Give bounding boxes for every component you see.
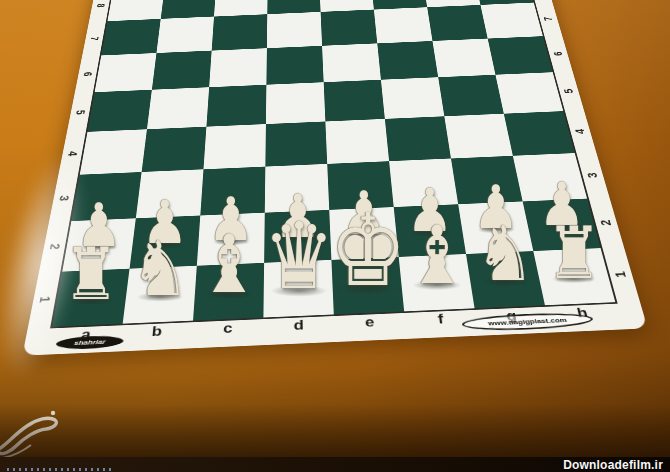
rank-label-left-6: 6: [82, 72, 95, 77]
square-b7: [156, 17, 214, 53]
square-a1: [52, 269, 129, 327]
square-h6: [488, 36, 553, 75]
board-grid: [52, 0, 615, 327]
square-b4: [142, 127, 207, 172]
file-label-c: c: [223, 321, 233, 335]
square-e5: [324, 80, 385, 122]
square-g4: [444, 114, 513, 159]
square-c3: [200, 167, 265, 216]
square-a2: [62, 218, 136, 271]
square-b6: [152, 51, 212, 90]
bottom-shadow: [0, 405, 670, 457]
square-d7: [267, 12, 322, 48]
square-a6: [95, 53, 157, 92]
square-g6: [432, 39, 495, 78]
photo-scene: 87654321 87654321 abcdefgh shahriar www.…: [0, 0, 670, 472]
square-g1: [466, 251, 545, 308]
square-c7: [212, 14, 268, 50]
rank-label-right-7: 7: [541, 16, 553, 20]
rank-label-right-2: 2: [597, 219, 612, 225]
square-e6: [322, 43, 381, 82]
square-d5: [266, 82, 325, 124]
square-d4: [265, 121, 327, 166]
square-f7: [374, 7, 433, 43]
square-f4: [385, 116, 451, 161]
rank-label-left-4: 4: [66, 151, 80, 157]
square-g3: [451, 156, 523, 204]
square-a3: [71, 172, 141, 221]
square-h5: [495, 72, 563, 113]
chess-mat: 87654321 87654321 abcdefgh shahriar www.…: [22, 0, 647, 356]
square-c5: [206, 85, 266, 127]
square-f5: [381, 77, 444, 119]
rank-label-left-7: 7: [89, 36, 101, 40]
rank-label-left-5: 5: [74, 110, 87, 115]
square-h7: [480, 3, 542, 39]
square-e2: [329, 207, 398, 260]
file-label-d: d: [294, 318, 304, 332]
square-c6: [209, 48, 267, 87]
file-label-b: b: [151, 324, 163, 338]
watermark-text: Downloadefilm.ir: [563, 458, 663, 472]
square-a7: [101, 19, 160, 56]
square-g5: [438, 75, 504, 117]
square-f1: [399, 254, 475, 311]
square-d2: [264, 210, 331, 263]
square-d3: [265, 164, 329, 213]
watermark-bar: Downloadefilm.ir: [0, 457, 670, 472]
square-f2: [394, 204, 466, 257]
square-c2: [197, 213, 265, 266]
rank-label-right-6: 6: [551, 51, 564, 56]
square-d1: [263, 260, 333, 318]
rank-label-left-1: 1: [38, 296, 54, 303]
rank-label-left-3: 3: [58, 195, 72, 201]
square-g2: [458, 201, 533, 254]
square-e1: [331, 257, 404, 315]
rank-label-right-5: 5: [561, 88, 574, 93]
square-b1: [123, 266, 197, 324]
square-b3: [136, 169, 204, 218]
square-e4: [325, 119, 389, 164]
file-label-f: f: [437, 312, 444, 326]
square-f3: [389, 158, 458, 207]
square-a8: [107, 0, 164, 21]
square-c4: [203, 124, 265, 169]
square-d6: [266, 46, 323, 85]
square-a4: [80, 129, 147, 174]
file-label-e: e: [365, 315, 375, 329]
square-e3: [327, 161, 393, 210]
square-c1: [193, 263, 264, 321]
square-b5: [147, 87, 209, 129]
rank-label-right-3: 3: [584, 172, 599, 178]
square-g7: [427, 5, 488, 41]
rank-label-right-1: 1: [612, 271, 628, 278]
calligraphy-signature-icon: [0, 404, 62, 462]
rank-label-right-4: 4: [572, 129, 586, 134]
rank-label-left-2: 2: [48, 243, 63, 249]
cropped-credit-text: [7, 468, 111, 471]
square-f6: [377, 41, 438, 80]
rank-label-left-8: 8: [95, 3, 107, 7]
square-a5: [87, 90, 151, 132]
square-e7: [321, 10, 378, 46]
square-b2: [130, 215, 201, 268]
square-h4: [504, 111, 575, 156]
